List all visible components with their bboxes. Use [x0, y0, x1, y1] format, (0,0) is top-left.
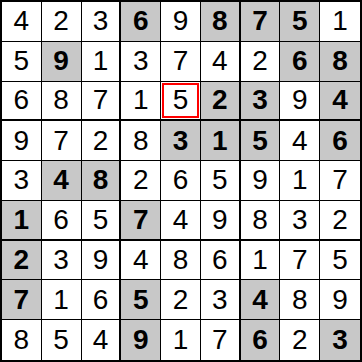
cell-digit: 1	[212, 127, 228, 155]
cell-digit: 9	[252, 166, 268, 194]
cell-digit: 6	[14, 86, 30, 114]
cell-r8c5[interactable]: 2	[161, 280, 201, 320]
cell-digit: 6	[173, 166, 189, 194]
cell-digit: 4	[14, 7, 30, 35]
cell-digit: 9	[292, 86, 308, 114]
cell-digit: 2	[14, 246, 30, 274]
cell-digit: 5	[133, 286, 149, 314]
cell-digit: 2	[212, 86, 228, 114]
cell-r4c4[interactable]: 8	[121, 121, 161, 161]
cell-digit: 9	[212, 206, 228, 234]
cell-r9c3[interactable]: 4	[82, 320, 122, 360]
cell-digit: 5	[93, 206, 109, 234]
cell-digit: 2	[133, 166, 149, 194]
cell-r6c1[interactable]: 1	[2, 201, 42, 241]
cell-r6c2[interactable]: 6	[42, 201, 82, 241]
cell-r5c7[interactable]: 9	[241, 161, 281, 201]
cell-r4c8[interactable]: 4	[280, 121, 320, 161]
cell-digit: 1	[332, 7, 348, 35]
cell-digit: 9	[14, 127, 30, 155]
cell-r2c5[interactable]: 7	[161, 42, 201, 82]
cell-digit: 8	[292, 286, 308, 314]
cell-digit: 3	[252, 86, 268, 114]
cell-digit: 8	[252, 206, 268, 234]
cell-digit: 4	[53, 166, 69, 194]
cell-r9c7[interactable]: 6	[241, 320, 281, 360]
cell-r7c2[interactable]: 3	[42, 241, 82, 281]
cell-r5c4[interactable]: 2	[121, 161, 161, 201]
cell-digit: 4	[212, 47, 228, 75]
cell-digit: 9	[173, 7, 189, 35]
cell-r7c5[interactable]: 8	[161, 241, 201, 281]
cell-r5c1[interactable]: 3	[2, 161, 42, 201]
cell-r5c8[interactable]: 1	[280, 161, 320, 201]
cell-r2c2[interactable]: 9	[42, 42, 82, 82]
cell-r2c9[interactable]: 8	[320, 42, 360, 82]
cell-r5c2[interactable]: 4	[42, 161, 82, 201]
cell-r9c1[interactable]: 8	[2, 320, 42, 360]
cell-digit: 5	[292, 7, 308, 35]
cell-r4c5[interactable]: 3	[161, 121, 201, 161]
cell-r1c8[interactable]: 5	[280, 2, 320, 42]
cell-digit: 2	[332, 206, 348, 234]
cell-digit: 8	[53, 86, 69, 114]
cell-r1c1[interactable]: 4	[2, 2, 42, 42]
cell-r6c6[interactable]: 9	[201, 201, 241, 241]
cell-r8c2[interactable]: 1	[42, 280, 82, 320]
cell-r8c3[interactable]: 6	[82, 280, 122, 320]
cell-r3c7[interactable]: 3	[241, 82, 281, 122]
cell-r2c8[interactable]: 6	[280, 42, 320, 82]
cell-r4c3[interactable]: 2	[82, 121, 122, 161]
cell-r3c1[interactable]: 6	[2, 82, 42, 122]
cell-digit: 7	[332, 166, 348, 194]
cell-r1c3[interactable]: 3	[82, 2, 122, 42]
cell-digit: 1	[292, 166, 308, 194]
cell-digit: 3	[14, 166, 30, 194]
cell-digit: 2	[53, 7, 69, 35]
cell-digit: 6	[53, 206, 69, 234]
cell-r2c4[interactable]: 3	[121, 42, 161, 82]
cell-r6c4[interactable]: 7	[121, 201, 161, 241]
cell-digit: 1	[14, 206, 30, 234]
cell-digit: 5	[53, 326, 69, 354]
cell-r2c6[interactable]: 4	[201, 42, 241, 82]
cell-r2c7[interactable]: 2	[241, 42, 281, 82]
cell-r4c2[interactable]: 7	[42, 121, 82, 161]
cell-r6c7[interactable]: 8	[241, 201, 281, 241]
cell-r5c9[interactable]: 7	[320, 161, 360, 201]
cell-digit: 4	[93, 326, 109, 354]
cell-r3c6[interactable]: 2	[201, 82, 241, 122]
sudoku-board: 4236987515913742686871523949728315463482…	[0, 0, 362, 362]
cell-digit: 3	[212, 286, 228, 314]
cell-r9c6[interactable]: 7	[201, 320, 241, 360]
cell-r3c8[interactable]: 9	[280, 82, 320, 122]
cell-digit: 6	[292, 47, 308, 75]
cell-r9c4[interactable]: 9	[121, 320, 161, 360]
cell-r7c4[interactable]: 4	[121, 241, 161, 281]
cell-r4c9[interactable]: 6	[320, 121, 360, 161]
cell-digit: 7	[14, 286, 30, 314]
cell-digit: 8	[332, 47, 348, 75]
cell-digit: 4	[252, 286, 268, 314]
cell-digit: 7	[173, 47, 189, 75]
cell-r9c2[interactable]: 5	[42, 320, 82, 360]
cell-digit: 5	[332, 246, 348, 274]
cell-r7c3[interactable]: 9	[82, 241, 122, 281]
cell-digit: 8	[93, 166, 109, 194]
cell-r1c4[interactable]: 6	[121, 2, 161, 42]
cell-digit: 5	[212, 166, 228, 194]
cell-digit: 1	[93, 47, 109, 75]
cell-r6c8[interactable]: 3	[280, 201, 320, 241]
cell-r1c7[interactable]: 7	[241, 2, 281, 42]
cell-r8c9[interactable]: 9	[320, 280, 360, 320]
cell-r1c2[interactable]: 2	[42, 2, 82, 42]
cell-digit: 7	[93, 86, 109, 114]
cell-r5c6[interactable]: 5	[201, 161, 241, 201]
cell-digit: 6	[133, 7, 149, 35]
cell-digit: 3	[332, 326, 348, 354]
cell-r1c9[interactable]: 1	[320, 2, 360, 42]
cell-digit: 2	[173, 286, 189, 314]
cell-digit: 4	[332, 86, 348, 114]
cell-r7c8[interactable]: 7	[280, 241, 320, 281]
cell-r3c9[interactable]: 4	[320, 82, 360, 122]
cell-r1c6[interactable]: 8	[201, 2, 241, 42]
cell-digit: 7	[53, 127, 69, 155]
cell-digit: 2	[292, 326, 308, 354]
cell-r9c5[interactable]: 1	[161, 320, 201, 360]
cell-digit: 8	[14, 326, 30, 354]
cell-digit: 7	[212, 326, 228, 354]
cell-digit: 5	[173, 86, 189, 114]
cell-r4c1[interactable]: 9	[2, 121, 42, 161]
cell-digit: 9	[332, 286, 348, 314]
cell-r2c1[interactable]: 5	[2, 42, 42, 82]
cell-digit: 8	[133, 127, 149, 155]
cell-digit: 3	[133, 47, 149, 75]
cell-r7c9[interactable]: 5	[320, 241, 360, 281]
cell-digit: 8	[212, 7, 228, 35]
cell-digit: 1	[53, 286, 69, 314]
cell-digit: 3	[292, 206, 308, 234]
cell-r9c8[interactable]: 2	[280, 320, 320, 360]
cell-r8c6[interactable]: 3	[201, 280, 241, 320]
cell-r6c9[interactable]: 2	[320, 201, 360, 241]
cell-r3c3[interactable]: 7	[82, 82, 122, 122]
cell-digit: 8	[173, 246, 189, 274]
cell-r7c1[interactable]: 2	[2, 241, 42, 281]
cell-r3c2[interactable]: 8	[42, 82, 82, 122]
cell-digit: 7	[133, 206, 149, 234]
cell-digit: 4	[133, 246, 149, 274]
cell-digit: 5	[252, 127, 268, 155]
cell-digit: 7	[252, 7, 268, 35]
cell-digit: 4	[173, 206, 189, 234]
cell-digit: 1	[173, 326, 189, 354]
cell-digit: 9	[93, 246, 109, 274]
cell-digit: 3	[53, 246, 69, 274]
cell-r8c8[interactable]: 8	[280, 280, 320, 320]
cell-digit: 2	[93, 127, 109, 155]
cell-digit: 9	[133, 326, 149, 354]
cell-digit: 6	[212, 246, 228, 274]
cell-r7c7[interactable]: 1	[241, 241, 281, 281]
cell-r9c9[interactable]: 3	[320, 320, 360, 360]
cell-digit: 5	[14, 47, 30, 75]
cell-r3c5[interactable]: 5	[161, 82, 201, 122]
cell-digit: 1	[252, 246, 268, 274]
cell-r4c7[interactable]: 5	[241, 121, 281, 161]
cell-digit: 6	[252, 326, 268, 354]
cell-r8c1[interactable]: 7	[2, 280, 42, 320]
cell-r6c3[interactable]: 5	[82, 201, 122, 241]
cell-digit: 6	[332, 127, 348, 155]
cell-digit: 1	[133, 86, 149, 114]
cell-r5c5[interactable]: 6	[161, 161, 201, 201]
cell-r2c3[interactable]: 1	[82, 42, 122, 82]
cell-r8c7[interactable]: 4	[241, 280, 281, 320]
cell-r1c5[interactable]: 9	[161, 2, 201, 42]
cell-digit: 7	[292, 246, 308, 274]
cell-r4c6[interactable]: 1	[201, 121, 241, 161]
cell-digit: 3	[93, 7, 109, 35]
cell-r6c5[interactable]: 4	[161, 201, 201, 241]
cell-r5c3[interactable]: 8	[82, 161, 122, 201]
cell-r8c4[interactable]: 5	[121, 280, 161, 320]
cell-digit: 3	[173, 127, 189, 155]
cell-digit: 6	[93, 286, 109, 314]
cell-digit: 9	[53, 47, 69, 75]
cell-digit: 2	[252, 47, 268, 75]
cell-digit: 4	[292, 127, 308, 155]
cell-r7c6[interactable]: 6	[201, 241, 241, 281]
cell-r3c4[interactable]: 1	[121, 82, 161, 122]
